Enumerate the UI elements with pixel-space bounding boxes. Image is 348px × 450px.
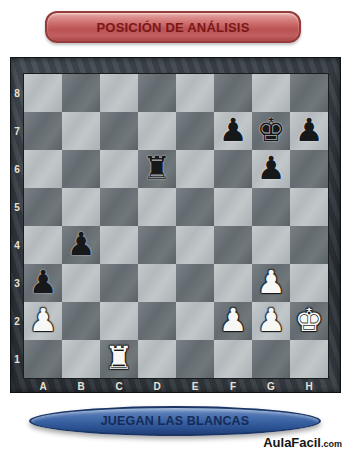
square-d4 bbox=[138, 226, 176, 264]
brand-suffix: .com bbox=[321, 439, 342, 449]
black-pawn: ♟ bbox=[24, 264, 62, 302]
square-h8 bbox=[290, 74, 328, 112]
square-a3: ♟ bbox=[24, 264, 62, 302]
square-h4 bbox=[290, 226, 328, 264]
page: POSICIÓN DE ANÁLISIS 87654321 ♟♚♟♜♟♟♟♟♟♟… bbox=[0, 0, 348, 450]
square-e5 bbox=[176, 188, 214, 226]
file-label-g: G bbox=[252, 378, 290, 394]
square-a1 bbox=[24, 340, 62, 378]
rank-label-2: 2 bbox=[11, 302, 23, 340]
square-g8 bbox=[252, 74, 290, 112]
square-b6 bbox=[62, 150, 100, 188]
square-e4 bbox=[176, 226, 214, 264]
square-a5 bbox=[24, 188, 62, 226]
rank-labels: 87654321 bbox=[11, 74, 23, 378]
white-rook: ♜ bbox=[100, 340, 138, 378]
square-h5 bbox=[290, 188, 328, 226]
rank-label-5: 5 bbox=[11, 188, 23, 226]
square-f8 bbox=[214, 74, 252, 112]
white-pawn: ♟ bbox=[214, 302, 252, 340]
square-e1 bbox=[176, 340, 214, 378]
white-pawn: ♟ bbox=[252, 264, 290, 302]
white-pawn: ♟ bbox=[24, 302, 62, 340]
square-a6 bbox=[24, 150, 62, 188]
square-g6: ♟ bbox=[252, 150, 290, 188]
rank-label-8: 8 bbox=[11, 74, 23, 112]
square-d6: ♜ bbox=[138, 150, 176, 188]
file-label-b: B bbox=[62, 378, 100, 394]
square-g4 bbox=[252, 226, 290, 264]
square-d2 bbox=[138, 302, 176, 340]
square-f2: ♟ bbox=[214, 302, 252, 340]
brand-name: AulaFacil bbox=[263, 435, 321, 450]
black-pawn: ♟ bbox=[62, 226, 100, 264]
rank-label-6: 6 bbox=[11, 150, 23, 188]
square-e6 bbox=[176, 150, 214, 188]
square-h6 bbox=[290, 150, 328, 188]
square-g2: ♟ bbox=[252, 302, 290, 340]
file-label-a: A bbox=[24, 378, 62, 394]
square-d8 bbox=[138, 74, 176, 112]
rank-label-7: 7 bbox=[11, 112, 23, 150]
square-a8 bbox=[24, 74, 62, 112]
square-d3 bbox=[138, 264, 176, 302]
square-f4 bbox=[214, 226, 252, 264]
square-h1 bbox=[290, 340, 328, 378]
square-b4: ♟ bbox=[62, 226, 100, 264]
square-g1 bbox=[252, 340, 290, 378]
square-c6 bbox=[100, 150, 138, 188]
square-c1: ♜ bbox=[100, 340, 138, 378]
file-label-c: C bbox=[100, 378, 138, 394]
square-f6 bbox=[214, 150, 252, 188]
square-e8 bbox=[176, 74, 214, 112]
square-c5 bbox=[100, 188, 138, 226]
rank-label-3: 3 bbox=[11, 264, 23, 302]
square-g3: ♟ bbox=[252, 264, 290, 302]
black-pawn: ♟ bbox=[252, 150, 290, 188]
square-c4 bbox=[100, 226, 138, 264]
square-e3 bbox=[176, 264, 214, 302]
square-c3 bbox=[100, 264, 138, 302]
square-g7: ♚ bbox=[252, 112, 290, 150]
square-h2: ♚ bbox=[290, 302, 328, 340]
square-f1 bbox=[214, 340, 252, 378]
square-f7: ♟ bbox=[214, 112, 252, 150]
square-b7 bbox=[62, 112, 100, 150]
square-e7 bbox=[176, 112, 214, 150]
file-label-f: F bbox=[214, 378, 252, 394]
square-b2 bbox=[62, 302, 100, 340]
square-b8 bbox=[62, 74, 100, 112]
chess-board-frame: 87654321 ♟♚♟♜♟♟♟♟♟♟♟♚♜ ABCDEFGH bbox=[10, 57, 341, 393]
square-d7 bbox=[138, 112, 176, 150]
square-a7 bbox=[24, 112, 62, 150]
black-pawn: ♟ bbox=[214, 112, 252, 150]
square-d1 bbox=[138, 340, 176, 378]
rank-label-1: 1 bbox=[11, 340, 23, 378]
black-pawn: ♟ bbox=[290, 112, 328, 150]
square-c2 bbox=[100, 302, 138, 340]
turn-banner-label: JUEGAN LAS BLANCAS bbox=[101, 414, 250, 428]
file-label-h: H bbox=[290, 378, 328, 394]
square-g5 bbox=[252, 188, 290, 226]
square-f5 bbox=[214, 188, 252, 226]
turn-banner: JUEGAN LAS BLANCAS bbox=[29, 406, 321, 436]
analysis-banner: POSICIÓN DE ANÁLISIS bbox=[45, 11, 301, 43]
file-labels: ABCDEFGH bbox=[24, 378, 328, 394]
file-label-e: E bbox=[176, 378, 214, 394]
white-king: ♚ bbox=[290, 302, 328, 340]
square-c8 bbox=[100, 74, 138, 112]
square-b1 bbox=[62, 340, 100, 378]
brand: AulaFacil.com bbox=[263, 433, 342, 450]
square-f3 bbox=[214, 264, 252, 302]
white-pawn: ♟ bbox=[252, 302, 290, 340]
square-d5 bbox=[138, 188, 176, 226]
black-rook: ♜ bbox=[138, 150, 176, 188]
black-king: ♚ bbox=[252, 112, 290, 150]
square-h3 bbox=[290, 264, 328, 302]
file-label-d: D bbox=[138, 378, 176, 394]
square-c7 bbox=[100, 112, 138, 150]
rank-label-4: 4 bbox=[11, 226, 23, 264]
analysis-banner-label: POSICIÓN DE ANÁLISIS bbox=[96, 20, 249, 35]
square-e2 bbox=[176, 302, 214, 340]
square-b5 bbox=[62, 188, 100, 226]
square-a2: ♟ bbox=[24, 302, 62, 340]
square-b3 bbox=[62, 264, 100, 302]
chess-board: ♟♚♟♜♟♟♟♟♟♟♟♚♜ bbox=[23, 73, 329, 379]
square-a4 bbox=[24, 226, 62, 264]
square-h7: ♟ bbox=[290, 112, 328, 150]
